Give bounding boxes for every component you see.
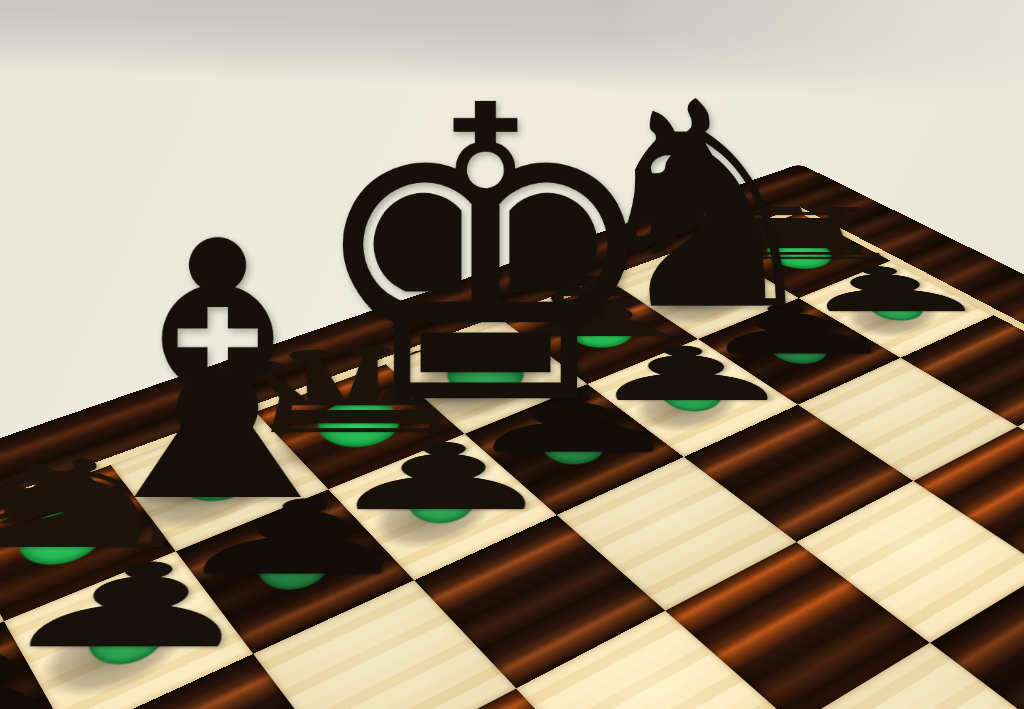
board-inlay-strip: ♞♝♛♚♝♞♜♟♟♟♟♟♟♟♟ [0, 207, 1024, 709]
photo-stage: ♞♝♛♚♝♞♜♟♟♟♟♟♟♟♟ [0, 0, 1024, 709]
board-grid: ♞♝♛♚♝♞♜♟♟♟♟♟♟♟♟ [0, 213, 1024, 709]
perspective-scene: ♞♝♛♚♝♞♜♟♟♟♟♟♟♟♟ [0, 0, 1024, 709]
chessboard-frame: ♞♝♛♚♝♞♜♟♟♟♟♟♟♟♟ [0, 164, 1024, 709]
